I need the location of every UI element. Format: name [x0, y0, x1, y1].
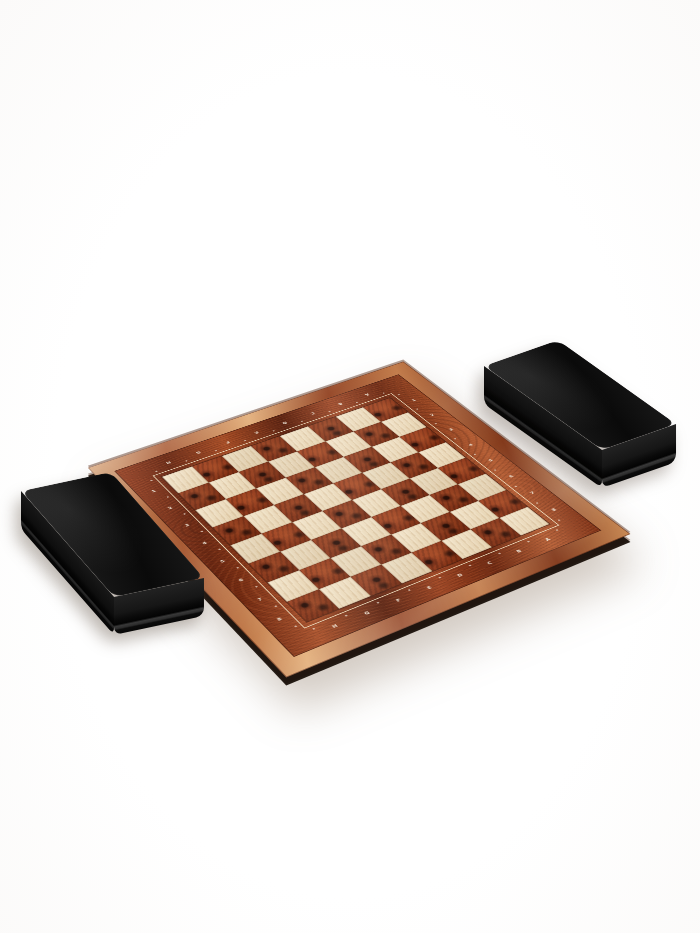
storage-box-left	[0, 0, 700, 933]
product-photo-stage: HH11GG22FF33EE44DD55CC66BB77AA88	[0, 0, 700, 933]
